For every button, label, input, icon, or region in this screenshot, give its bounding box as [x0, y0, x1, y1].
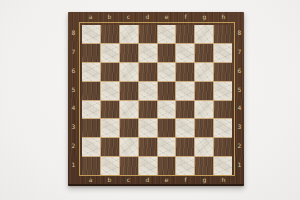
square-a2[interactable]: [82, 138, 100, 156]
rank-label-left-8: 8: [69, 24, 78, 43]
square-g7[interactable]: [195, 44, 213, 62]
square-e2[interactable]: [158, 138, 176, 156]
square-g3[interactable]: [195, 119, 213, 137]
square-b2[interactable]: [101, 138, 119, 156]
rank-label-left-3: 3: [69, 118, 78, 137]
file-label-top-h: h: [214, 13, 233, 21]
rank-labels-right: 87654321: [235, 24, 244, 174]
file-label-top-a: a: [81, 13, 100, 21]
inlay-border: [79, 22, 235, 176]
square-c1[interactable]: [120, 157, 138, 175]
square-c4[interactable]: [120, 101, 138, 119]
file-label-top-f: f: [176, 13, 195, 21]
square-c7[interactable]: [120, 44, 138, 62]
square-h2[interactable]: [214, 138, 232, 156]
square-d7[interactable]: [139, 44, 157, 62]
file-label-bottom-b: b: [100, 176, 119, 184]
square-b5[interactable]: [101, 82, 119, 100]
rank-label-right-6: 6: [235, 62, 244, 81]
square-f5[interactable]: [176, 82, 194, 100]
square-h8[interactable]: [214, 25, 232, 43]
square-h3[interactable]: [214, 119, 232, 137]
square-b4[interactable]: [101, 101, 119, 119]
square-a4[interactable]: [82, 101, 100, 119]
file-label-bottom-a: a: [81, 176, 100, 184]
square-g8[interactable]: [195, 25, 213, 43]
square-c2[interactable]: [120, 138, 138, 156]
square-g1[interactable]: [195, 157, 213, 175]
rank-label-left-7: 7: [69, 43, 78, 62]
rank-label-left-1: 1: [69, 155, 78, 174]
square-d2[interactable]: [139, 138, 157, 156]
square-a3[interactable]: [82, 119, 100, 137]
rank-label-left-6: 6: [69, 62, 78, 81]
square-g2[interactable]: [195, 138, 213, 156]
square-b1[interactable]: [101, 157, 119, 175]
file-label-top-b: b: [100, 13, 119, 21]
rank-labels-left: 87654321: [69, 24, 78, 174]
rank-label-right-3: 3: [235, 118, 244, 137]
square-e1[interactable]: [158, 157, 176, 175]
square-a7[interactable]: [82, 44, 100, 62]
square-a6[interactable]: [82, 63, 100, 81]
square-f7[interactable]: [176, 44, 194, 62]
rank-label-right-7: 7: [235, 43, 244, 62]
square-b7[interactable]: [101, 44, 119, 62]
rank-label-left-2: 2: [69, 137, 78, 156]
rank-label-right-1: 1: [235, 155, 244, 174]
square-e6[interactable]: [158, 63, 176, 81]
square-f4[interactable]: [176, 101, 194, 119]
square-c3[interactable]: [120, 119, 138, 137]
square-b6[interactable]: [101, 63, 119, 81]
rank-label-right-5: 5: [235, 80, 244, 99]
rank-label-right-2: 2: [235, 137, 244, 156]
file-label-bottom-c: c: [119, 176, 138, 184]
square-e7[interactable]: [158, 44, 176, 62]
file-label-bottom-g: g: [195, 176, 214, 184]
square-f1[interactable]: [176, 157, 194, 175]
file-label-top-e: e: [157, 13, 176, 21]
file-label-bottom-e: e: [157, 176, 176, 184]
square-d1[interactable]: [139, 157, 157, 175]
file-labels-bottom: abcdefgh: [81, 176, 233, 184]
square-h5[interactable]: [214, 82, 232, 100]
rank-label-right-8: 8: [235, 24, 244, 43]
square-f8[interactable]: [176, 25, 194, 43]
square-h7[interactable]: [214, 44, 232, 62]
square-g5[interactable]: [195, 82, 213, 100]
rank-label-left-5: 5: [69, 80, 78, 99]
square-g4[interactable]: [195, 101, 213, 119]
square-a1[interactable]: [82, 157, 100, 175]
square-d5[interactable]: [139, 82, 157, 100]
square-f2[interactable]: [176, 138, 194, 156]
square-h6[interactable]: [214, 63, 232, 81]
squares-grid: [82, 25, 232, 175]
file-label-top-d: d: [138, 13, 157, 21]
square-h4[interactable]: [214, 101, 232, 119]
square-c8[interactable]: [120, 25, 138, 43]
chess-board: abcdefgh abcdefgh 87654321 87654321: [68, 12, 244, 186]
square-a8[interactable]: [82, 25, 100, 43]
square-f3[interactable]: [176, 119, 194, 137]
square-d8[interactable]: [139, 25, 157, 43]
file-label-bottom-h: h: [214, 176, 233, 184]
file-label-bottom-f: f: [176, 176, 195, 184]
square-c6[interactable]: [120, 63, 138, 81]
square-f6[interactable]: [176, 63, 194, 81]
file-label-top-c: c: [119, 13, 138, 21]
square-d3[interactable]: [139, 119, 157, 137]
square-e3[interactable]: [158, 119, 176, 137]
rank-label-right-4: 4: [235, 99, 244, 118]
square-b3[interactable]: [101, 119, 119, 137]
square-c5[interactable]: [120, 82, 138, 100]
photo-background: abcdefgh abcdefgh 87654321 87654321: [0, 0, 300, 200]
file-label-bottom-d: d: [138, 176, 157, 184]
square-h1[interactable]: [214, 157, 232, 175]
square-d6[interactable]: [139, 63, 157, 81]
rank-label-left-4: 4: [69, 99, 78, 118]
square-b8[interactable]: [101, 25, 119, 43]
file-label-top-g: g: [195, 13, 214, 21]
square-d4[interactable]: [139, 101, 157, 119]
file-labels-top: abcdefgh: [81, 13, 233, 21]
square-e5[interactable]: [158, 82, 176, 100]
square-a5[interactable]: [82, 82, 100, 100]
square-e8[interactable]: [158, 25, 176, 43]
square-e4[interactable]: [158, 101, 176, 119]
square-g6[interactable]: [195, 63, 213, 81]
